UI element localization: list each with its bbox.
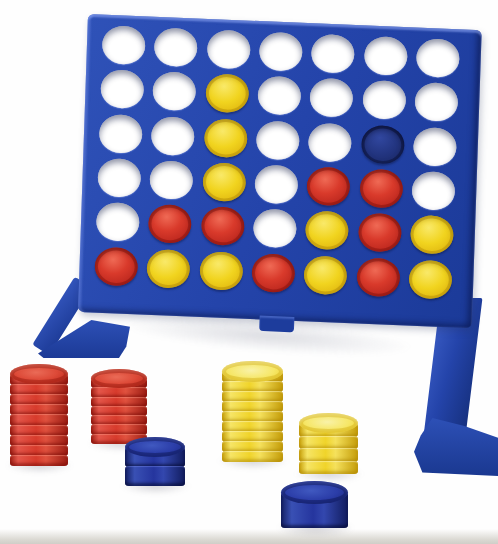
- empty-hole: [311, 34, 355, 74]
- photo-bottom-edge: [0, 529, 498, 544]
- red-checker-top-face: [10, 364, 68, 384]
- cell-r1c4: [254, 29, 308, 75]
- connect-four-photo-scene: [0, 0, 498, 544]
- cell-r1c6: [359, 33, 413, 79]
- cell-r4c1: [92, 155, 146, 201]
- empty-hole: [257, 76, 301, 116]
- cell-r2c2: [147, 68, 201, 114]
- cell-r1c1: [96, 22, 150, 68]
- red-disc: [94, 247, 138, 287]
- cell-r4c6: [354, 166, 408, 212]
- red-disc: [251, 253, 295, 293]
- blue-checker-top-face: [281, 481, 348, 504]
- empty-hole: [412, 171, 456, 211]
- empty-hole: [206, 30, 250, 70]
- cell-r3c3: [198, 115, 252, 161]
- cell-r6c5: [299, 252, 353, 298]
- cell-r2c1: [95, 66, 149, 112]
- yellow-checker: [299, 461, 358, 475]
- red-disc: [200, 207, 244, 247]
- yellow-disc: [203, 118, 247, 158]
- cell-r6c7: [404, 256, 458, 302]
- cell-r6c4: [246, 250, 300, 296]
- empty-hole: [154, 27, 198, 67]
- empty-hole: [416, 38, 460, 78]
- cell-r5c1: [91, 199, 145, 245]
- red-stack-tall: [10, 364, 68, 465]
- cell-r6c2: [141, 245, 195, 291]
- red-checker: [10, 414, 68, 425]
- yellow-stack-short: [299, 413, 358, 473]
- yellow-disc: [146, 249, 190, 289]
- cell-r6c6: [351, 254, 405, 300]
- empty-hole: [253, 209, 297, 249]
- red-disc: [359, 169, 403, 209]
- yellow-checker-top-face: [299, 413, 358, 433]
- red-disc: [148, 204, 192, 244]
- yellow-disc: [305, 211, 349, 251]
- empty-hole: [259, 32, 303, 72]
- cell-r5c4: [248, 206, 302, 252]
- red-checker: [10, 455, 68, 466]
- empty-hole: [97, 158, 141, 198]
- blue-stack-pair: [125, 437, 185, 485]
- cell-r5c3: [195, 203, 249, 249]
- red-disc: [356, 257, 400, 297]
- navy-disc: [361, 125, 405, 165]
- yellow-disc: [202, 162, 246, 202]
- red-stack-short: [91, 369, 147, 443]
- cell-r4c7: [407, 168, 461, 214]
- red-disc: [358, 213, 402, 253]
- empty-hole: [254, 164, 298, 204]
- empty-hole: [413, 127, 457, 167]
- cell-r2c3: [200, 71, 254, 117]
- cell-r4c5: [302, 163, 356, 209]
- board-right-foot: [414, 418, 498, 476]
- cell-r2c5: [305, 75, 359, 121]
- cell-r1c5: [306, 31, 360, 77]
- cell-r3c7: [408, 124, 462, 170]
- cell-r1c2: [149, 24, 203, 70]
- cell-r3c6: [356, 121, 410, 167]
- cell-r3c5: [303, 119, 357, 165]
- empty-hole: [151, 116, 195, 156]
- cell-r3c1: [93, 111, 147, 157]
- cell-r5c6: [353, 210, 407, 256]
- blue-checker-top-face: [125, 437, 185, 457]
- empty-hole: [95, 202, 139, 242]
- empty-hole: [308, 122, 352, 162]
- cell-r6c1: [89, 243, 143, 289]
- blue-checker: [125, 466, 185, 486]
- yellow-stack-tall: [222, 361, 283, 461]
- empty-hole: [310, 78, 354, 118]
- cell-r6c3: [194, 248, 248, 294]
- blue-disc-single: [281, 481, 348, 527]
- cell-r1c7: [411, 35, 465, 81]
- yellow-checker-top-face: [222, 361, 283, 382]
- empty-hole: [98, 114, 142, 154]
- yellow-checker: [222, 451, 283, 462]
- empty-hole: [256, 120, 300, 160]
- cell-r3c2: [146, 113, 200, 159]
- cell-r2c6: [357, 77, 411, 123]
- red-checker-top-face: [91, 369, 147, 388]
- cell-r5c5: [300, 208, 354, 254]
- empty-hole: [364, 36, 408, 76]
- cell-r2c7: [410, 79, 464, 125]
- cell-r5c2: [143, 201, 197, 247]
- cell-r4c2: [144, 157, 198, 203]
- yellow-checker: [299, 436, 358, 450]
- board-grid: [89, 22, 465, 303]
- connect-four-board-frame: [78, 14, 482, 328]
- cell-r1c3: [201, 26, 255, 72]
- yellow-checker: [299, 448, 358, 462]
- red-checker: [10, 425, 68, 436]
- empty-hole: [415, 82, 459, 122]
- cell-r5c7: [405, 212, 459, 258]
- cell-r2c4: [252, 73, 306, 119]
- empty-hole: [362, 80, 406, 120]
- yellow-disc: [199, 251, 243, 291]
- cell-r4c3: [197, 159, 251, 205]
- yellow-disc: [205, 74, 249, 114]
- empty-hole: [149, 160, 193, 200]
- yellow-disc: [410, 215, 454, 255]
- board-bottom-tab: [259, 316, 294, 333]
- cell-r3c4: [251, 117, 305, 163]
- cell-r4c4: [249, 161, 303, 207]
- red-disc: [307, 167, 351, 207]
- empty-hole: [101, 25, 145, 65]
- yellow-disc: [304, 255, 348, 295]
- empty-hole: [100, 70, 144, 110]
- empty-hole: [152, 72, 196, 112]
- yellow-disc: [409, 259, 453, 299]
